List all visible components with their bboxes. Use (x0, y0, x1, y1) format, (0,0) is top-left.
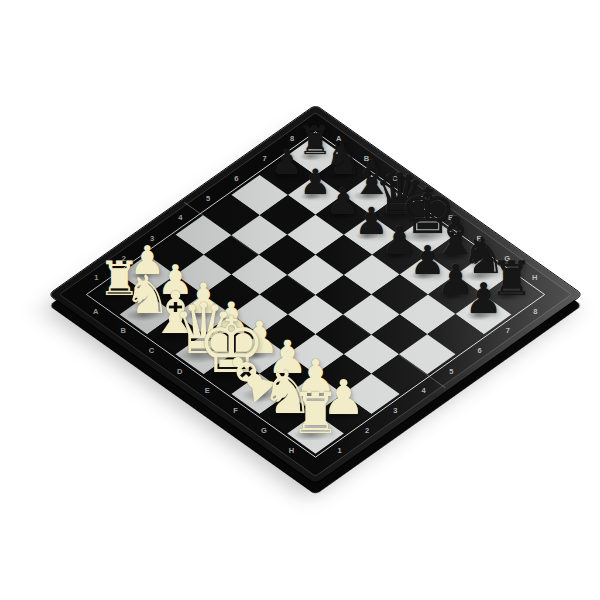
file-label-top-h: H (532, 274, 537, 282)
product-photo-stage: AABBCCDDEEFFGGHH8877665544332211 ♜♞♝♛♚♝♞… (0, 0, 600, 600)
file-label-bottom-a: A (93, 307, 98, 315)
rank-label-right-6: 6 (477, 347, 481, 355)
rank-label-right-8: 8 (533, 307, 537, 315)
rank-label-right-3: 3 (393, 407, 397, 415)
file-label-bottom-b: B (121, 327, 126, 335)
rank-label-left-1: 1 (94, 274, 98, 282)
file-label-bottom-c: C (149, 347, 154, 355)
file-label-bottom-g: G (261, 427, 267, 435)
rank-label-left-6: 6 (234, 175, 238, 183)
rank-label-left-7: 7 (262, 155, 266, 163)
rank-label-left-8: 8 (290, 135, 294, 143)
rank-label-right-7: 7 (505, 327, 509, 335)
rank-label-right-5: 5 (449, 367, 453, 375)
rank-label-right-4: 4 (421, 387, 425, 395)
rank-label-right-2: 2 (365, 427, 369, 435)
rank-label-right-1: 1 (337, 447, 341, 455)
rank-label-left-4: 4 (178, 214, 182, 222)
rank-label-left-5: 5 (206, 194, 210, 202)
file-label-bottom-f: F (234, 407, 239, 415)
file-label-bottom-h: H (289, 447, 294, 455)
